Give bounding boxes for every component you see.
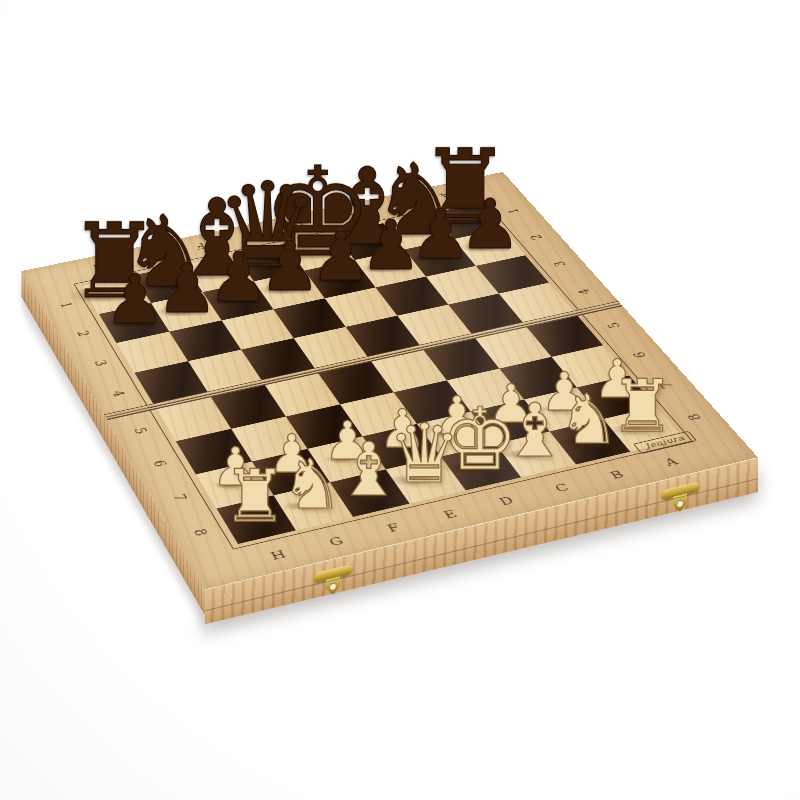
product-photo: HHGGFFEEDDCCBBAA1122334455667788 Jeujura… xyxy=(0,0,800,800)
pieces-layer: ♜♞♝♛♚♝♞♜♟♟♟♟♟♟♟♟♟♟♟♟♟♟♟♟♜♞♝♛♚♝♞♜ xyxy=(0,0,800,800)
piece-black-P-h2: ♟ xyxy=(101,266,169,334)
piece-white-R-h8: ♜ xyxy=(219,460,291,532)
